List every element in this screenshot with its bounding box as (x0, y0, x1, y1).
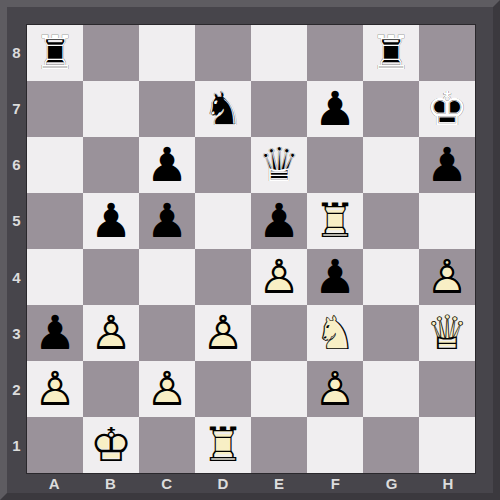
square-c5[interactable]: ♟ (139, 193, 195, 249)
black-pawn-glyph: ♟ (83, 193, 139, 249)
square-b7[interactable] (83, 81, 139, 137)
square-g8[interactable]: ♜♖ (363, 25, 419, 81)
square-b6[interactable] (83, 137, 139, 193)
square-d4[interactable] (195, 249, 251, 305)
square-d3[interactable]: ♟♙ (195, 305, 251, 361)
white-pawn-outline: ♙ (83, 305, 139, 361)
black-knight-outline: ♘ (195, 81, 251, 137)
square-c3[interactable] (139, 305, 195, 361)
white-knight-f3[interactable]: ♞♘ (307, 305, 363, 361)
square-a3[interactable]: ♟ (27, 305, 83, 361)
black-pawn-c6[interactable]: ♟ (139, 137, 195, 193)
file-label-g: G (364, 474, 420, 493)
rank-label-4: 4 (7, 249, 26, 305)
square-h6[interactable]: ♟ (419, 137, 475, 193)
rank-label-1: 1 (7, 418, 26, 474)
square-g1[interactable] (363, 417, 419, 473)
rank-label-5: 5 (7, 193, 26, 249)
file-label-c: C (139, 474, 195, 493)
black-pawn-glyph: ♟ (307, 249, 363, 305)
file-label-b: B (82, 474, 138, 493)
black-pawn-glyph: ♟ (139, 193, 195, 249)
square-f8[interactable] (307, 25, 363, 81)
white-pawn-outline: ♙ (27, 361, 83, 417)
rank-labels: 87654321 (7, 24, 26, 474)
white-pawn-outline: ♙ (419, 249, 475, 305)
square-e1[interactable] (251, 417, 307, 473)
black-pawn-f7[interactable]: ♟ (307, 81, 363, 137)
file-label-h: H (420, 474, 476, 493)
rank-label-7: 7 (7, 80, 26, 136)
white-pawn-c2[interactable]: ♟♙ (139, 361, 195, 417)
rank-label-6: 6 (7, 137, 26, 193)
square-c8[interactable] (139, 25, 195, 81)
square-a8[interactable]: ♜♖ (27, 25, 83, 81)
square-h5[interactable] (419, 193, 475, 249)
square-d7[interactable]: ♞♘ (195, 81, 251, 137)
square-b5[interactable]: ♟ (83, 193, 139, 249)
square-g4[interactable] (363, 249, 419, 305)
white-pawn-h4[interactable]: ♟♙ (419, 249, 475, 305)
rank-label-3: 3 (7, 305, 26, 361)
square-b8[interactable] (83, 25, 139, 81)
square-c4[interactable] (139, 249, 195, 305)
square-b2[interactable] (83, 361, 139, 417)
black-king-h7[interactable]: ♚♔ (419, 81, 475, 137)
square-c6[interactable]: ♟ (139, 137, 195, 193)
square-h1[interactable] (419, 417, 475, 473)
square-c1[interactable] (139, 417, 195, 473)
rank-label-2: 2 (7, 362, 26, 418)
square-e6[interactable]: ♛♕ (251, 137, 307, 193)
square-f4[interactable]: ♟ (307, 249, 363, 305)
square-h2[interactable] (419, 361, 475, 417)
white-rook-outline: ♖ (195, 417, 251, 473)
black-rook-a8[interactable]: ♜♖ (27, 25, 83, 81)
white-pawn-f2[interactable]: ♟♙ (307, 361, 363, 417)
black-rook-outline: ♖ (27, 25, 83, 81)
square-d5[interactable] (195, 193, 251, 249)
square-f3[interactable]: ♞♘ (307, 305, 363, 361)
square-c7[interactable] (139, 81, 195, 137)
square-a6[interactable] (27, 137, 83, 193)
black-pawn-glyph: ♟ (307, 81, 363, 137)
square-d2[interactable] (195, 361, 251, 417)
square-b4[interactable] (83, 249, 139, 305)
black-pawn-glyph: ♟ (251, 193, 307, 249)
black-pawn-a3[interactable]: ♟ (27, 305, 83, 361)
board-frame: 87654321 ♜♖♜♖♞♘♟♚♔♟♛♕♟♟♟♟♜♖♟♙♟♟♙♟♟♙♟♙♞♘♛… (0, 0, 500, 500)
black-rook-g8[interactable]: ♜♖ (363, 25, 419, 81)
white-king-b1[interactable]: ♚♔ (83, 417, 139, 473)
black-king-outline: ♔ (419, 81, 475, 137)
white-pawn-a2[interactable]: ♟♙ (27, 361, 83, 417)
black-pawn-h6[interactable]: ♟ (419, 137, 475, 193)
square-e4[interactable]: ♟♙ (251, 249, 307, 305)
square-e7[interactable] (251, 81, 307, 137)
black-pawn-glyph: ♟ (139, 137, 195, 193)
black-pawn-glyph: ♟ (419, 137, 475, 193)
square-e3[interactable] (251, 305, 307, 361)
white-pawn-outline: ♙ (195, 305, 251, 361)
black-pawn-b5[interactable]: ♟ (83, 193, 139, 249)
square-g7[interactable] (363, 81, 419, 137)
rank-label-8: 8 (7, 24, 26, 80)
square-a1[interactable] (27, 417, 83, 473)
white-rook-f5[interactable]: ♜♖ (307, 193, 363, 249)
square-g5[interactable] (363, 193, 419, 249)
square-f2[interactable]: ♟♙ (307, 361, 363, 417)
square-b3[interactable]: ♟♙ (83, 305, 139, 361)
chess-board[interactable]: ♜♖♜♖♞♘♟♚♔♟♛♕♟♟♟♟♜♖♟♙♟♟♙♟♟♙♟♙♞♘♛♕♟♙♟♙♟♙♚♔… (26, 24, 476, 474)
black-queen-outline: ♕ (251, 137, 307, 193)
square-h8[interactable] (419, 25, 475, 81)
black-pawn-e5[interactable]: ♟ (251, 193, 307, 249)
square-a2[interactable]: ♟♙ (27, 361, 83, 417)
white-queen-h3[interactable]: ♛♕ (419, 305, 475, 361)
white-pawn-outline: ♙ (139, 361, 195, 417)
white-pawn-d3[interactable]: ♟♙ (195, 305, 251, 361)
square-g6[interactable] (363, 137, 419, 193)
square-f7[interactable]: ♟ (307, 81, 363, 137)
file-label-e: E (251, 474, 307, 493)
white-pawn-outline: ♙ (251, 249, 307, 305)
square-c2[interactable]: ♟♙ (139, 361, 195, 417)
black-pawn-f4[interactable]: ♟ (307, 249, 363, 305)
white-rook-outline: ♖ (307, 193, 363, 249)
square-e5[interactable]: ♟ (251, 193, 307, 249)
square-f5[interactable]: ♜♖ (307, 193, 363, 249)
black-rook-outline: ♖ (363, 25, 419, 81)
file-labels: ABCDEFGH (26, 474, 476, 493)
square-g2[interactable] (363, 361, 419, 417)
white-rook-d1[interactable]: ♜♖ (195, 417, 251, 473)
square-d8[interactable] (195, 25, 251, 81)
square-f1[interactable] (307, 417, 363, 473)
white-knight-outline: ♘ (307, 305, 363, 361)
black-queen-e6[interactable]: ♛♕ (251, 137, 307, 193)
white-king-outline: ♔ (83, 417, 139, 473)
file-label-d: D (195, 474, 251, 493)
black-pawn-c5[interactable]: ♟ (139, 193, 195, 249)
black-knight-d7[interactable]: ♞♘ (195, 81, 251, 137)
square-h7[interactable]: ♚♔ (419, 81, 475, 137)
square-e8[interactable] (251, 25, 307, 81)
square-b1[interactable]: ♚♔ (83, 417, 139, 473)
square-f6[interactable] (307, 137, 363, 193)
square-h4[interactable]: ♟♙ (419, 249, 475, 305)
square-d1[interactable]: ♜♖ (195, 417, 251, 473)
white-pawn-outline: ♙ (307, 361, 363, 417)
white-pawn-e4[interactable]: ♟♙ (251, 249, 307, 305)
white-queen-outline: ♕ (419, 305, 475, 361)
square-a4[interactable] (27, 249, 83, 305)
square-h3[interactable]: ♛♕ (419, 305, 475, 361)
black-pawn-glyph: ♟ (27, 305, 83, 361)
square-g3[interactable] (363, 305, 419, 361)
square-d6[interactable] (195, 137, 251, 193)
square-a7[interactable] (27, 81, 83, 137)
square-a5[interactable] (27, 193, 83, 249)
file-label-f: F (307, 474, 363, 493)
file-label-a: A (26, 474, 82, 493)
square-e2[interactable] (251, 361, 307, 417)
white-pawn-b3[interactable]: ♟♙ (83, 305, 139, 361)
